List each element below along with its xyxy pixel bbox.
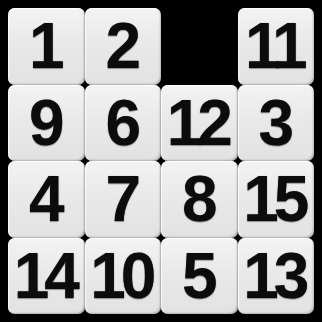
tile-8[interactable]: 8 <box>161 161 238 238</box>
tile-7[interactable]: 7 <box>85 161 162 238</box>
tile-number: 8 <box>182 167 217 231</box>
empty-cell <box>161 8 238 85</box>
tile-number: 1 <box>29 14 64 78</box>
tile-14[interactable]: 14 <box>8 238 85 315</box>
tile-5[interactable]: 5 <box>161 238 238 315</box>
tile-15[interactable]: 15 <box>238 161 315 238</box>
tile-number: 6 <box>105 91 140 155</box>
tile-number: 13 <box>243 244 308 308</box>
tile-number: 15 <box>243 167 308 231</box>
tile-2[interactable]: 2 <box>85 8 162 85</box>
tile-number: 11 <box>245 14 307 78</box>
tile-number: 3 <box>258 91 293 155</box>
tile-number: 4 <box>29 167 64 231</box>
tile-9[interactable]: 9 <box>8 85 85 162</box>
tile-1[interactable]: 1 <box>8 8 85 85</box>
tile-3[interactable]: 3 <box>238 85 315 162</box>
tile-number: 14 <box>14 244 79 308</box>
puzzle-board: 121196123478151410513 <box>8 8 314 314</box>
tile-13[interactable]: 13 <box>238 238 315 315</box>
tile-6[interactable]: 6 <box>85 85 162 162</box>
tile-number: 10 <box>90 244 155 308</box>
puzzle-frame: 121196123478151410513 <box>0 0 322 322</box>
tile-number: 2 <box>105 14 140 78</box>
tile-4[interactable]: 4 <box>8 161 85 238</box>
tile-number: 5 <box>182 244 217 308</box>
tile-11[interactable]: 11 <box>238 8 315 85</box>
tile-10[interactable]: 10 <box>85 238 162 315</box>
tile-number: 9 <box>29 91 64 155</box>
tile-12[interactable]: 12 <box>161 85 238 162</box>
tile-number: 7 <box>105 167 140 231</box>
tile-number: 12 <box>167 91 232 155</box>
